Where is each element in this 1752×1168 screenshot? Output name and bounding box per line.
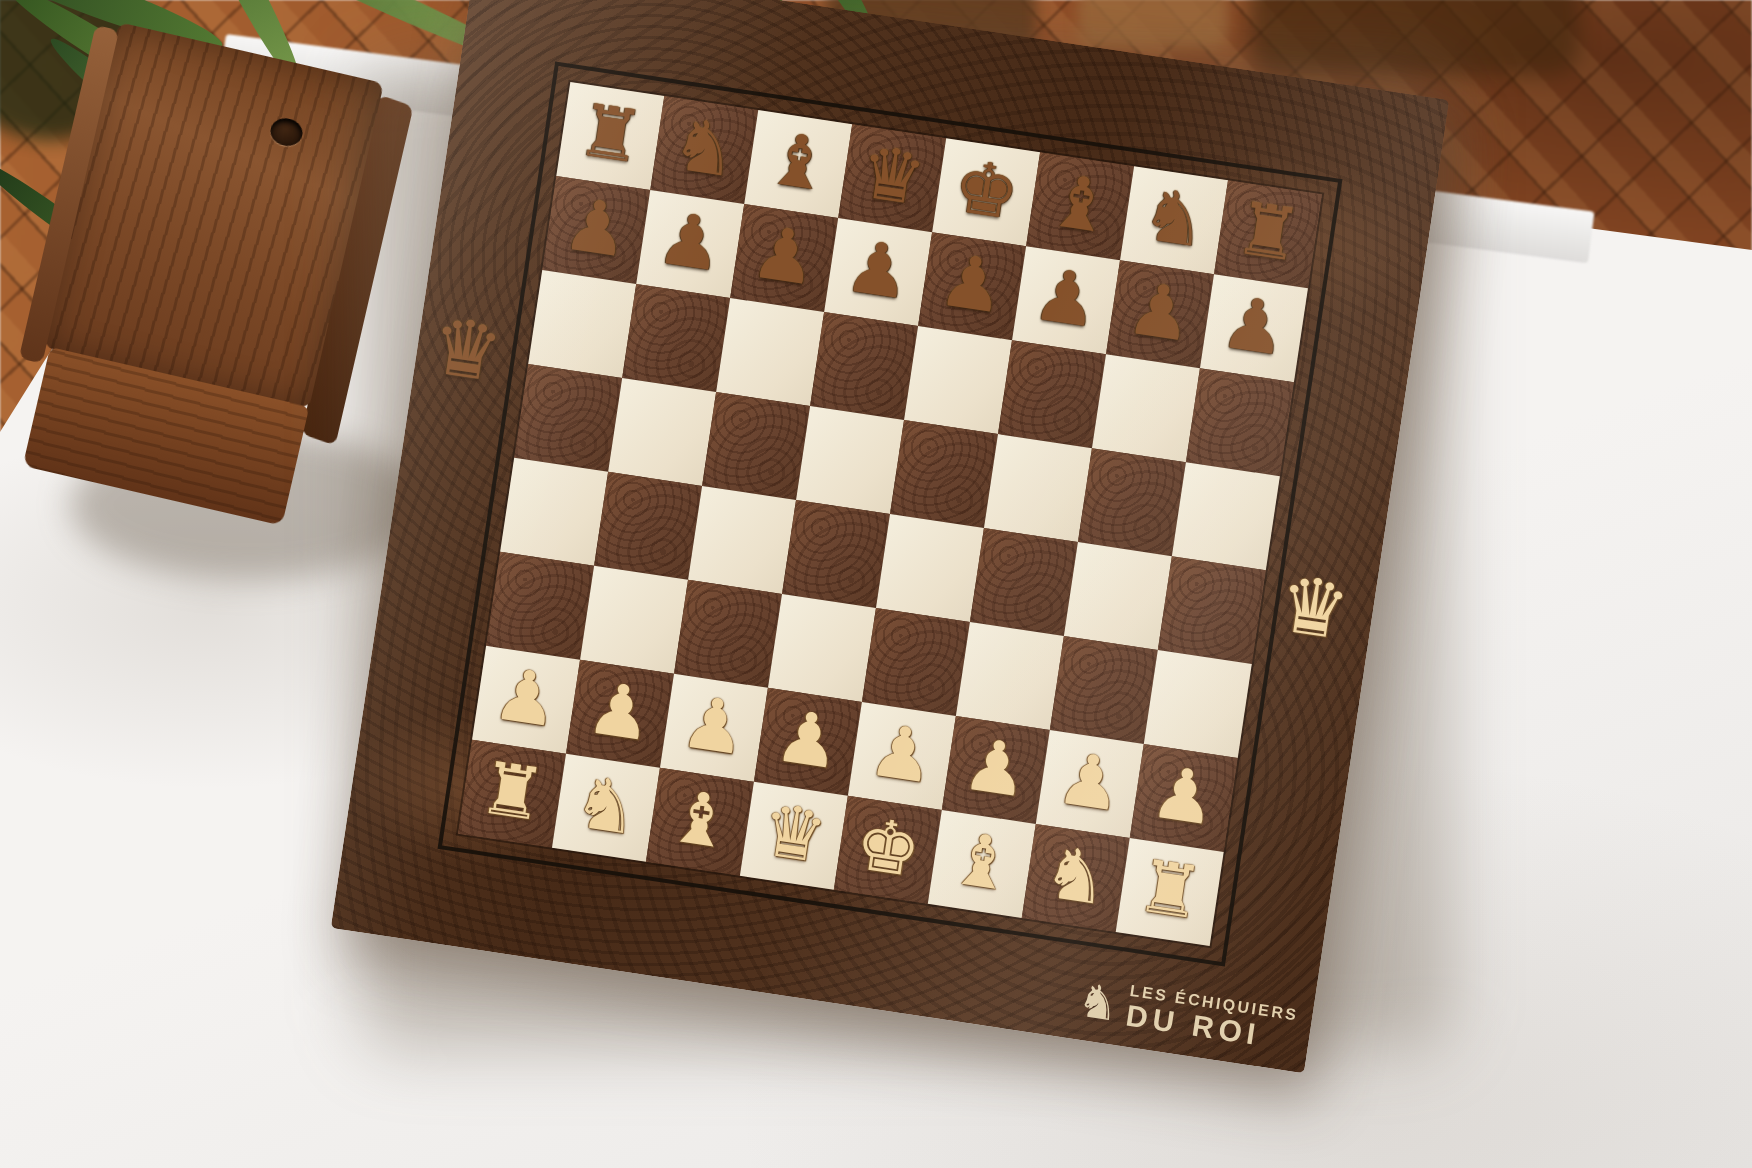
white-pawn[interactable]: ♟ <box>1053 741 1127 822</box>
square-b7[interactable]: ♟ <box>636 190 744 298</box>
square-d1[interactable]: ♛ <box>740 782 848 890</box>
square-f6[interactable] <box>998 340 1106 448</box>
black-king[interactable]: ♚ <box>949 149 1023 230</box>
square-a1[interactable]: ♜ <box>458 740 566 848</box>
square-f1[interactable]: ♝ <box>928 810 1036 918</box>
square-d8[interactable]: ♛ <box>838 124 946 232</box>
white-pawn[interactable]: ♟ <box>771 699 845 780</box>
square-g4[interactable] <box>1064 542 1172 650</box>
black-rook[interactable]: ♜ <box>1231 191 1305 272</box>
spare-black-queen[interactable]: ♛ <box>426 306 507 393</box>
square-f7[interactable]: ♟ <box>1012 246 1120 354</box>
black-pawn[interactable]: ♟ <box>935 243 1009 324</box>
square-c3[interactable] <box>674 580 782 688</box>
square-c8[interactable]: ♝ <box>744 110 852 218</box>
square-e5[interactable] <box>890 420 998 528</box>
black-knight[interactable]: ♞ <box>667 107 741 188</box>
square-h3[interactable] <box>1144 650 1252 758</box>
white-rook[interactable]: ♜ <box>475 750 549 831</box>
square-e4[interactable] <box>876 514 984 622</box>
white-king[interactable]: ♚ <box>851 807 925 888</box>
square-d6[interactable] <box>810 312 918 420</box>
square-c5[interactable] <box>702 392 810 500</box>
black-pawn[interactable]: ♟ <box>747 215 821 296</box>
white-pawn[interactable]: ♟ <box>959 727 1033 808</box>
square-g2[interactable]: ♟ <box>1036 730 1144 838</box>
logo-text: LES ÉCHIQUIERS DU ROI <box>1124 983 1299 1056</box>
black-pawn[interactable]: ♟ <box>559 187 633 268</box>
square-f5[interactable] <box>984 434 1092 542</box>
board-grid: ♜♞♝♛♚♝♞♜♟♟♟♟♟♟♟♟♟♟♟♟♟♟♟♟♜♞♝♛♚♝♞♜ <box>458 82 1322 946</box>
square-a6[interactable] <box>528 270 636 378</box>
square-e3[interactable] <box>862 608 970 716</box>
square-d3[interactable] <box>768 594 876 702</box>
square-f2[interactable]: ♟ <box>942 716 1050 824</box>
square-e1[interactable]: ♚ <box>834 796 942 904</box>
square-f8[interactable]: ♝ <box>1026 152 1134 260</box>
square-e7[interactable]: ♟ <box>918 232 1026 340</box>
black-knight[interactable]: ♞ <box>1137 177 1211 258</box>
black-bishop[interactable]: ♝ <box>1043 163 1117 244</box>
square-a5[interactable] <box>514 364 622 472</box>
square-c2[interactable]: ♟ <box>660 674 768 782</box>
square-b4[interactable] <box>594 472 702 580</box>
square-b5[interactable] <box>608 378 716 486</box>
white-pawn[interactable]: ♟ <box>583 670 657 751</box>
square-b3[interactable] <box>580 566 688 674</box>
scene: ♜♞♝♛♚♝♞♜♟♟♟♟♟♟♟♟♟♟♟♟♟♟♟♟♜♞♝♛♚♝♞♜ ♛ ♛ ♞ L… <box>0 0 1752 1168</box>
square-h5[interactable] <box>1172 462 1280 570</box>
logo-knight-icon: ♞ <box>1075 976 1123 1028</box>
square-b6[interactable] <box>622 284 730 392</box>
square-g1[interactable]: ♞ <box>1022 824 1130 932</box>
square-b8[interactable]: ♞ <box>650 96 758 204</box>
square-d4[interactable] <box>782 500 890 608</box>
blurred-chair-leg <box>1078 0 1228 48</box>
square-d5[interactable] <box>796 406 904 514</box>
white-pawn[interactable]: ♟ <box>865 713 939 794</box>
square-e6[interactable] <box>904 326 1012 434</box>
white-rook[interactable]: ♜ <box>1133 849 1207 930</box>
square-d2[interactable]: ♟ <box>754 688 862 796</box>
white-queen[interactable]: ♛ <box>757 792 831 873</box>
square-g8[interactable]: ♞ <box>1120 166 1228 274</box>
white-pawn[interactable]: ♟ <box>677 684 751 765</box>
square-a8[interactable]: ♜ <box>556 82 664 190</box>
spare-white-queen[interactable]: ♛ <box>1273 564 1354 651</box>
black-bishop[interactable]: ♝ <box>761 121 835 202</box>
black-pawn[interactable]: ♟ <box>1123 271 1197 352</box>
square-h6[interactable] <box>1186 368 1294 476</box>
black-pawn[interactable]: ♟ <box>1029 257 1103 338</box>
square-c6[interactable] <box>716 298 824 406</box>
square-a4[interactable] <box>500 458 608 566</box>
board-logo: ♞ LES ÉCHIQUIERS DU ROI <box>1074 975 1299 1055</box>
white-knight[interactable]: ♞ <box>569 764 643 845</box>
black-pawn[interactable]: ♟ <box>841 229 915 310</box>
square-g3[interactable] <box>1050 636 1158 744</box>
white-bishop[interactable]: ♝ <box>945 821 1019 902</box>
square-e8[interactable]: ♚ <box>932 138 1040 246</box>
square-b2[interactable]: ♟ <box>566 660 674 768</box>
black-pawn[interactable]: ♟ <box>1217 285 1291 366</box>
chessboard: ♜♞♝♛♚♝♞♜♟♟♟♟♟♟♟♟♟♟♟♟♟♟♟♟♜♞♝♛♚♝♞♜ ♛ ♛ ♞ L… <box>331 0 1450 1073</box>
square-g7[interactable]: ♟ <box>1106 260 1214 368</box>
square-b1[interactable]: ♞ <box>552 754 660 862</box>
square-h8[interactable]: ♜ <box>1214 180 1322 288</box>
white-knight[interactable]: ♞ <box>1039 835 1113 916</box>
square-a3[interactable] <box>486 552 594 660</box>
square-g5[interactable] <box>1078 448 1186 556</box>
square-c4[interactable] <box>688 486 796 594</box>
square-h7[interactable]: ♟ <box>1200 274 1308 382</box>
square-c1[interactable]: ♝ <box>646 768 754 876</box>
white-bishop[interactable]: ♝ <box>663 778 737 859</box>
white-pawn[interactable]: ♟ <box>1147 755 1221 836</box>
square-f3[interactable] <box>956 622 1064 730</box>
black-rook[interactable]: ♜ <box>573 93 647 174</box>
black-pawn[interactable]: ♟ <box>653 201 727 282</box>
white-pawn[interactable]: ♟ <box>489 656 563 737</box>
square-h1[interactable]: ♜ <box>1116 838 1224 946</box>
square-c7[interactable]: ♟ <box>730 204 838 312</box>
square-h2[interactable]: ♟ <box>1130 744 1238 852</box>
square-a2[interactable]: ♟ <box>472 646 580 754</box>
square-f4[interactable] <box>970 528 1078 636</box>
square-h4[interactable] <box>1158 556 1266 664</box>
square-g6[interactable] <box>1092 354 1200 462</box>
square-e2[interactable]: ♟ <box>848 702 956 810</box>
black-queen[interactable]: ♛ <box>855 135 929 216</box>
square-d7[interactable]: ♟ <box>824 218 932 326</box>
square-a7[interactable]: ♟ <box>542 176 650 284</box>
